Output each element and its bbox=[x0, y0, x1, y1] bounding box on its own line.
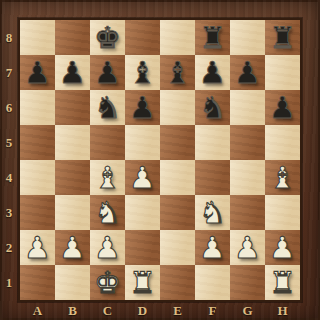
square-f8[interactable]: ♜ bbox=[195, 20, 230, 55]
square-h8[interactable]: ♜ bbox=[265, 20, 300, 55]
piece-white-pawn[interactable]: ♟ bbox=[59, 230, 86, 265]
square-g5[interactable] bbox=[230, 125, 265, 160]
rank-label-7: 7 bbox=[0, 55, 18, 90]
rank-label-8: 8 bbox=[0, 20, 18, 55]
square-g2[interactable]: ♟ bbox=[230, 230, 265, 265]
square-b8[interactable] bbox=[55, 20, 90, 55]
piece-black-pawn[interactable]: ♟ bbox=[234, 55, 261, 90]
square-h3[interactable] bbox=[265, 195, 300, 230]
square-c1[interactable]: ♚ bbox=[90, 265, 125, 300]
file-label-f: F bbox=[195, 302, 230, 320]
piece-black-bishop[interactable]: ♝ bbox=[129, 55, 156, 90]
square-h2[interactable]: ♟ bbox=[265, 230, 300, 265]
square-c3[interactable]: ♞ bbox=[90, 195, 125, 230]
piece-black-bishop[interactable]: ♝ bbox=[164, 55, 191, 90]
square-f2[interactable]: ♟ bbox=[195, 230, 230, 265]
rank-label-3: 3 bbox=[0, 195, 18, 230]
file-label-e: E bbox=[160, 302, 195, 320]
square-c7[interactable]: ♟ bbox=[90, 55, 125, 90]
file-label-d: D bbox=[125, 302, 160, 320]
file-label-g: G bbox=[230, 302, 265, 320]
square-e7[interactable]: ♝ bbox=[160, 55, 195, 90]
file-label-a: A bbox=[20, 302, 55, 320]
square-e4[interactable] bbox=[160, 160, 195, 195]
rank-label-1: 1 bbox=[0, 265, 18, 300]
piece-black-rook[interactable]: ♜ bbox=[199, 20, 226, 55]
square-d2[interactable] bbox=[125, 230, 160, 265]
file-label-c: C bbox=[90, 302, 125, 320]
piece-black-pawn[interactable]: ♟ bbox=[94, 55, 121, 90]
square-a5[interactable] bbox=[20, 125, 55, 160]
square-b6[interactable] bbox=[55, 90, 90, 125]
square-d5[interactable] bbox=[125, 125, 160, 160]
piece-white-pawn[interactable]: ♟ bbox=[24, 230, 51, 265]
piece-white-knight[interactable]: ♞ bbox=[199, 195, 226, 230]
square-g8[interactable] bbox=[230, 20, 265, 55]
piece-black-pawn[interactable]: ♟ bbox=[59, 55, 86, 90]
square-c2[interactable]: ♟ bbox=[90, 230, 125, 265]
square-d6[interactable]: ♟ bbox=[125, 90, 160, 125]
rank-label-5: 5 bbox=[0, 125, 18, 160]
square-h5[interactable] bbox=[265, 125, 300, 160]
square-c6[interactable]: ♞ bbox=[90, 90, 125, 125]
square-a6[interactable] bbox=[20, 90, 55, 125]
square-f4[interactable] bbox=[195, 160, 230, 195]
rank-label-6: 6 bbox=[0, 90, 18, 125]
square-d8[interactable] bbox=[125, 20, 160, 55]
square-g6[interactable] bbox=[230, 90, 265, 125]
piece-black-rook[interactable]: ♜ bbox=[269, 20, 296, 55]
square-f5[interactable] bbox=[195, 125, 230, 160]
piece-white-pawn[interactable]: ♟ bbox=[199, 230, 226, 265]
piece-black-pawn[interactable]: ♟ bbox=[199, 55, 226, 90]
piece-black-pawn[interactable]: ♟ bbox=[24, 55, 51, 90]
square-d3[interactable] bbox=[125, 195, 160, 230]
square-g4[interactable] bbox=[230, 160, 265, 195]
rank-labels: 8 7 6 5 4 3 2 1 bbox=[0, 20, 18, 300]
piece-white-pawn[interactable]: ♟ bbox=[129, 160, 156, 195]
square-d1[interactable]: ♜ bbox=[125, 265, 160, 300]
file-label-h: H bbox=[265, 302, 300, 320]
piece-black-pawn[interactable]: ♟ bbox=[269, 90, 296, 125]
square-h6[interactable]: ♟ bbox=[265, 90, 300, 125]
square-e3[interactable] bbox=[160, 195, 195, 230]
square-d7[interactable]: ♝ bbox=[125, 55, 160, 90]
piece-black-king[interactable]: ♚ bbox=[94, 20, 121, 55]
chess-diagram: ♚♜♜♟♟♟♝♝♟♟♞♟♞♟♝♟♝♞♞♟♟♟♟♟♟♚♜♜ 8 7 6 5 4 3… bbox=[0, 0, 320, 320]
piece-white-king[interactable]: ♚ bbox=[94, 265, 121, 300]
rank-label-2: 2 bbox=[0, 230, 18, 265]
piece-black-knight[interactable]: ♞ bbox=[94, 90, 121, 125]
square-a8[interactable] bbox=[20, 20, 55, 55]
square-f7[interactable]: ♟ bbox=[195, 55, 230, 90]
square-c5[interactable] bbox=[90, 125, 125, 160]
piece-white-rook[interactable]: ♜ bbox=[129, 265, 156, 300]
square-g3[interactable] bbox=[230, 195, 265, 230]
square-b4[interactable] bbox=[55, 160, 90, 195]
piece-black-knight[interactable]: ♞ bbox=[199, 90, 226, 125]
square-e1[interactable] bbox=[160, 265, 195, 300]
square-d4[interactable]: ♟ bbox=[125, 160, 160, 195]
square-c4[interactable]: ♝ bbox=[90, 160, 125, 195]
square-b2[interactable]: ♟ bbox=[55, 230, 90, 265]
piece-white-pawn[interactable]: ♟ bbox=[234, 230, 261, 265]
square-f1[interactable] bbox=[195, 265, 230, 300]
chess-board: ♚♜♜♟♟♟♝♝♟♟♞♟♞♟♝♟♝♞♞♟♟♟♟♟♟♚♜♜ bbox=[18, 18, 302, 302]
square-f6[interactable]: ♞ bbox=[195, 90, 230, 125]
square-h7[interactable] bbox=[265, 55, 300, 90]
piece-white-pawn[interactable]: ♟ bbox=[269, 230, 296, 265]
square-b5[interactable] bbox=[55, 125, 90, 160]
square-h1[interactable]: ♜ bbox=[265, 265, 300, 300]
piece-black-pawn[interactable]: ♟ bbox=[129, 90, 156, 125]
piece-white-bishop[interactable]: ♝ bbox=[269, 160, 296, 195]
square-e6[interactable] bbox=[160, 90, 195, 125]
piece-white-knight[interactable]: ♞ bbox=[94, 195, 121, 230]
square-c8[interactable]: ♚ bbox=[90, 20, 125, 55]
square-a1[interactable] bbox=[20, 265, 55, 300]
square-b1[interactable] bbox=[55, 265, 90, 300]
square-e8[interactable] bbox=[160, 20, 195, 55]
piece-white-rook[interactable]: ♜ bbox=[269, 265, 296, 300]
square-h4[interactable]: ♝ bbox=[265, 160, 300, 195]
piece-white-bishop[interactable]: ♝ bbox=[94, 160, 121, 195]
square-g7[interactable]: ♟ bbox=[230, 55, 265, 90]
rank-label-4: 4 bbox=[0, 160, 18, 195]
square-e2[interactable] bbox=[160, 230, 195, 265]
file-labels: A B C D E F G H bbox=[20, 302, 300, 320]
square-a7[interactable]: ♟ bbox=[20, 55, 55, 90]
square-f3[interactable]: ♞ bbox=[195, 195, 230, 230]
square-a2[interactable]: ♟ bbox=[20, 230, 55, 265]
square-e5[interactable] bbox=[160, 125, 195, 160]
square-a3[interactable] bbox=[20, 195, 55, 230]
square-b7[interactable]: ♟ bbox=[55, 55, 90, 90]
square-g1[interactable] bbox=[230, 265, 265, 300]
piece-white-pawn[interactable]: ♟ bbox=[94, 230, 121, 265]
square-b3[interactable] bbox=[55, 195, 90, 230]
file-label-b: B bbox=[55, 302, 90, 320]
square-a4[interactable] bbox=[20, 160, 55, 195]
